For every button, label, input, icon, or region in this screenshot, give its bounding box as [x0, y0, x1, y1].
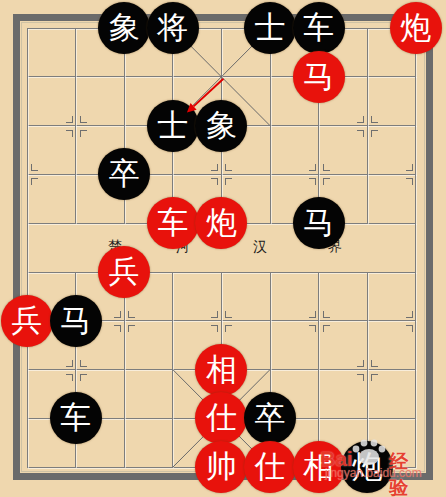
- point-marker: [406, 325, 413, 332]
- point-marker: [80, 116, 87, 123]
- point-marker: [66, 374, 73, 381]
- piece-black-chariot[interactable]: 车: [50, 392, 102, 444]
- piece-red-advisor[interactable]: 仕: [195, 392, 247, 444]
- piece-black-soldier[interactable]: 卒: [244, 392, 296, 444]
- point-marker: [31, 178, 38, 185]
- point-marker: [406, 164, 413, 171]
- piece-black-elephant[interactable]: 象: [98, 2, 150, 54]
- grid-line: [27, 28, 28, 467]
- piece-black-advisor[interactable]: 士: [244, 2, 296, 54]
- point-marker: [66, 360, 73, 367]
- point-marker: [128, 311, 135, 318]
- point-marker: [211, 164, 218, 171]
- point-marker: [357, 374, 364, 381]
- point-marker: [371, 374, 378, 381]
- piece-red-cannon[interactable]: 炮: [390, 2, 442, 54]
- point-marker: [357, 116, 364, 123]
- piece-red-soldier[interactable]: 兵: [1, 295, 53, 347]
- piece-black-advisor[interactable]: 士: [147, 100, 199, 152]
- point-marker: [309, 178, 316, 185]
- point-marker: [128, 325, 135, 332]
- point-marker: [211, 325, 218, 332]
- point-marker: [225, 164, 232, 171]
- piece-black-soldier[interactable]: 卒: [98, 148, 150, 200]
- grid-line: [318, 272, 319, 467]
- point-marker: [357, 360, 364, 367]
- piece-black-horse[interactable]: 马: [293, 197, 345, 249]
- piece-black-cannon[interactable]: 炮: [341, 441, 393, 493]
- point-marker: [406, 178, 413, 185]
- piece-black-general[interactable]: 将: [147, 2, 199, 54]
- piece-black-elephant[interactable]: 象: [195, 100, 247, 152]
- point-marker: [309, 325, 316, 332]
- piece-red-general[interactable]: 帅: [195, 441, 247, 493]
- point-marker: [309, 311, 316, 318]
- point-marker: [80, 130, 87, 137]
- point-marker: [371, 130, 378, 137]
- point-marker: [357, 130, 364, 137]
- grid-line: [172, 272, 173, 467]
- piece-red-horse[interactable]: 马: [293, 51, 345, 103]
- piece-red-elephant[interactable]: 相: [293, 441, 345, 493]
- point-marker: [31, 164, 38, 171]
- point-marker: [323, 164, 330, 171]
- grid-line: [367, 272, 368, 467]
- grid-line: [75, 28, 76, 223]
- piece-red-chariot[interactable]: 车: [147, 197, 199, 249]
- river-label: 汉: [253, 238, 267, 256]
- piece-red-cannon[interactable]: 炮: [195, 197, 247, 249]
- point-marker: [66, 116, 73, 123]
- point-marker: [323, 325, 330, 332]
- piece-red-soldier[interactable]: 兵: [98, 246, 150, 298]
- point-marker: [323, 311, 330, 318]
- point-marker: [323, 178, 330, 185]
- point-marker: [225, 325, 232, 332]
- point-marker: [371, 116, 378, 123]
- piece-red-advisor[interactable]: 仕: [244, 441, 296, 493]
- piece-black-chariot[interactable]: 车: [293, 2, 345, 54]
- point-marker: [225, 178, 232, 185]
- grid-line: [270, 28, 271, 223]
- point-marker: [211, 178, 218, 185]
- point-marker: [114, 325, 121, 332]
- grid-line: [415, 28, 416, 467]
- point-marker: [309, 164, 316, 171]
- point-marker: [66, 130, 73, 137]
- piece-black-horse[interactable]: 马: [50, 295, 102, 347]
- piece-red-elephant[interactable]: 相: [195, 344, 247, 396]
- point-marker: [80, 374, 87, 381]
- point-marker: [80, 360, 87, 367]
- point-marker: [406, 311, 413, 318]
- xiangqi-board-screenshot: 楚河汉界 象将士车炮马士象卒车炮马兵兵马相车仕卒帅仕相炮 Bai 经验 jing…: [0, 0, 446, 497]
- point-marker: [114, 311, 121, 318]
- point-marker: [211, 311, 218, 318]
- point-marker: [371, 360, 378, 367]
- grid-line: [367, 28, 368, 223]
- grid-line: [124, 272, 125, 467]
- point-marker: [225, 311, 232, 318]
